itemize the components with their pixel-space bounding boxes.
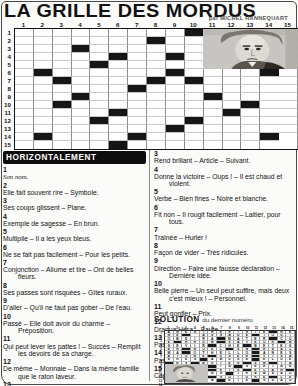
cell-r12c14[interactable]: [260, 117, 279, 125]
cell-r15c15[interactable]: [279, 141, 298, 149]
cell-r10c15[interactable]: [279, 101, 298, 109]
cell-r7c1[interactable]: [15, 77, 34, 85]
cell-r7c12[interactable]: [223, 77, 242, 85]
solution-row-labels: 123456789101112131415: [155, 331, 163, 383]
col-label-7: 7: [127, 21, 146, 28]
cell-r4c2[interactable]: [34, 53, 53, 61]
clue-v-8-number: 8: [154, 242, 166, 249]
solution-grid-wrap: 123456789101112131415 123456789101112131…: [154, 326, 296, 384]
cell-r10c9[interactable]: [166, 101, 185, 109]
cell-r1c5[interactable]: [90, 29, 109, 37]
cell-r12c13[interactable]: [241, 117, 260, 125]
cell-r8c7: [128, 85, 147, 93]
cell-r6c15[interactable]: [279, 69, 298, 77]
cell-r3c7[interactable]: [128, 45, 147, 53]
cell-r3c9[interactable]: [166, 45, 185, 53]
clue-h-12-number: 12: [3, 358, 15, 365]
cell-r10c14[interactable]: [260, 101, 279, 109]
clue-h-9: 9D'aller – Qu'il ne faut pas gober – De …: [3, 297, 147, 311]
clue-v-8: 8Façon de vider – Très ridicules.: [154, 242, 295, 256]
clue-v-6-text: Fit non – Il rougit facilement – Laitier…: [169, 211, 295, 225]
cell-r8c8[interactable]: [147, 85, 166, 93]
cell-r14c8[interactable]: [147, 133, 166, 141]
cell-r6c10[interactable]: [185, 69, 204, 77]
col-label-15: 15: [278, 21, 297, 28]
cell-r11c3[interactable]: [53, 109, 72, 117]
cell-r15c7[interactable]: [128, 141, 147, 149]
row-label-12: 12: [1, 116, 12, 124]
cell-r6c6[interactable]: [109, 69, 128, 77]
clue-v-9-number: 9: [154, 257, 166, 264]
clue-h-6-number: 6: [3, 244, 15, 251]
cell-r11c9[interactable]: [166, 109, 185, 117]
clue-v-3: 3Rend brillant – Article – Suivant.: [154, 150, 295, 164]
cell-r5c6[interactable]: [109, 61, 128, 69]
cell-r2c7[interactable]: [128, 37, 147, 45]
clue-h-1-number: 1: [3, 166, 15, 173]
cell-r13c4[interactable]: [72, 125, 91, 133]
sol-cell-r15c13: E: [269, 379, 278, 382]
sol-row-label-14: 14: [155, 383, 163, 386]
cell-r7c14[interactable]: [260, 77, 279, 85]
cell-r9c2[interactable]: [34, 93, 53, 101]
cell-r4c3[interactable]: [53, 53, 72, 61]
cell-r11c8[interactable]: [147, 109, 166, 117]
cell-r9c9[interactable]: [166, 93, 185, 101]
cell-r12c3[interactable]: [53, 117, 72, 125]
cell-r5c5: [90, 61, 109, 69]
cell-r1c6[interactable]: [109, 29, 128, 37]
cell-r15c1[interactable]: [15, 141, 34, 149]
cell-r3c2[interactable]: [34, 45, 53, 53]
clue-h-8-number: 8: [3, 282, 15, 289]
cell-r14c4[interactable]: [72, 133, 91, 141]
cell-r10c12[interactable]: [223, 101, 242, 109]
col-label-11: 11: [203, 21, 222, 28]
clue-h-2: 2Elle fait souvent rire – Symbole.: [3, 182, 147, 196]
row-label-14: 14: [1, 132, 12, 140]
cell-r14c7: [128, 133, 147, 141]
cell-r1c8[interactable]: [147, 29, 166, 37]
cell-r6c11[interactable]: [204, 69, 223, 77]
cell-r12c12[interactable]: [223, 117, 242, 125]
sol-cell-r15c7: [217, 379, 226, 382]
cell-r8c13[interactable]: [241, 85, 260, 93]
cell-r11c4[interactable]: [72, 109, 91, 117]
cell-r9c4: [72, 93, 91, 101]
cell-r5c10[interactable]: [185, 61, 204, 69]
col-label-14: 14: [259, 21, 278, 28]
clue-h-11-number: 11: [3, 335, 15, 342]
solution-photo: [165, 365, 208, 382]
cell-r13c2[interactable]: [34, 125, 53, 133]
solution-title-rest: du dernier numéro: [202, 316, 253, 323]
cell-r14c1[interactable]: [15, 133, 34, 141]
sol-cell-r15c12: S: [260, 379, 269, 382]
clue-h-8-text: Ses passes sont risquées – Gîtes ruraux.: [18, 289, 147, 296]
cell-r7c15[interactable]: [279, 77, 298, 85]
clue-h-7-number: 7: [3, 259, 15, 266]
clue-h-6-text: Ne se fait pas facilement – Pour les pet…: [18, 251, 147, 258]
cell-r14c14: [260, 133, 279, 141]
cell-r14c2: [34, 133, 53, 141]
cell-r8c5[interactable]: [90, 85, 109, 93]
cell-r12c7[interactable]: [128, 117, 147, 125]
portrait-photo-image: [203, 29, 298, 69]
cell-r15c2[interactable]: [34, 141, 53, 149]
crossword-page: LA GRILLE DES MORDUS par MICHEL HANNEQUA…: [0, 0, 298, 386]
col-label-13: 13: [240, 21, 259, 28]
cell-r10c13: [241, 101, 260, 109]
solution-title-bold: SOLUTION: [154, 315, 200, 324]
cell-r3c5[interactable]: [90, 45, 109, 53]
cell-r8c12[interactable]: [223, 85, 242, 93]
clue-h-11: 11Qui peut lever les pattes ! – Succès –…: [3, 335, 147, 357]
cell-r4c10[interactable]: [185, 53, 204, 61]
clue-h-10-number: 10: [3, 313, 15, 320]
cell-r11c15[interactable]: [279, 109, 298, 117]
clue-h-10-text: Passé – Elle doit avoir du charme – Prép…: [18, 320, 147, 334]
cell-r5c1[interactable]: [15, 61, 34, 69]
cell-r10c7[interactable]: [128, 101, 147, 109]
grid-row-labels: 123456789101112131415: [1, 28, 12, 148]
cell-r14c10[interactable]: [185, 133, 204, 141]
clue-h-6: 6Ne se fait pas facilement – Pour les pe…: [3, 244, 147, 258]
solution-photo-image: [165, 365, 208, 382]
cell-r6c12[interactable]: [223, 69, 242, 77]
cell-r5c4[interactable]: [72, 61, 91, 69]
row-label-10: 10: [1, 100, 12, 108]
sol-cell-r15c6: A: [208, 379, 217, 382]
cell-r14c12[interactable]: [223, 133, 242, 141]
cell-r9c5[interactable]: [90, 93, 109, 101]
cell-r8c11[interactable]: [204, 85, 223, 93]
clue-h-9-text: D'aller – Qu'il ne faut pas gober – De l…: [18, 304, 147, 311]
horizontal-clues-list: 1Son nom.2Elle fait souvent rire – Symbo…: [3, 166, 147, 386]
cell-r14c13[interactable]: [241, 133, 260, 141]
solution-grid: ANESTHESISTERENEASSAGETOUTOBEIRAMATERCUE…: [164, 330, 296, 384]
cell-r11c12: [223, 109, 242, 117]
cell-r12c1[interactable]: [15, 117, 34, 125]
cell-r15c4[interactable]: [72, 141, 91, 149]
sol-cell-r15c14: A: [278, 379, 287, 382]
cell-r14c3[interactable]: [53, 133, 72, 141]
cell-r12c5: [90, 117, 109, 125]
cell-r12c6[interactable]: [109, 117, 128, 125]
clue-v-6-number: 6: [154, 204, 166, 211]
cell-r13c1[interactable]: [15, 125, 34, 133]
cell-r1c7[interactable]: [128, 29, 147, 37]
cell-r13c8[interactable]: [147, 125, 166, 133]
cell-r11c2[interactable]: [34, 109, 53, 117]
col-label-1: 1: [14, 21, 33, 28]
clue-v-7-text: Traînée – Hurler !: [169, 234, 295, 241]
clue-h-11-text: Qui peut lever les pattes ! – Succès – R…: [18, 343, 147, 357]
clue-h-7: 7Conjonction – Allume et tire – Ont de b…: [3, 259, 147, 281]
row-label-1: 1: [1, 28, 12, 36]
cell-r9c15[interactable]: [279, 93, 298, 101]
cell-r6c8[interactable]: [147, 69, 166, 77]
cell-r9c8[interactable]: [147, 93, 166, 101]
cell-r9c3[interactable]: [53, 93, 72, 101]
row-label-2: 2: [1, 36, 12, 44]
portrait-photo: [203, 29, 298, 69]
cell-r13c12[interactable]: [223, 125, 242, 133]
clue-v-11-number: 11: [154, 303, 166, 310]
cell-r3c10[interactable]: [185, 45, 204, 53]
cell-r8c2[interactable]: [34, 85, 53, 93]
cell-r1c10: [185, 29, 204, 37]
cell-r1c3[interactable]: [53, 29, 72, 37]
row-label-13: 13: [1, 124, 12, 132]
clue-h-13-number: 13: [3, 381, 15, 386]
cell-r5c9[interactable]: [166, 61, 185, 69]
clue-h-10: 10Passé – Elle doit avoir du charme – Pr…: [3, 313, 147, 335]
cell-r15c9[interactable]: [166, 141, 185, 149]
cell-r13c13[interactable]: [241, 125, 260, 133]
cell-r13c6[interactable]: [109, 125, 128, 133]
cell-r7c9[interactable]: [166, 77, 185, 85]
cell-r8c14[interactable]: [260, 85, 279, 93]
cell-r1c1[interactable]: [15, 29, 34, 37]
clue-h-4-number: 4: [3, 213, 15, 220]
clue-v-10-text: Belle pierre – Un seul peut suffire, mai…: [169, 287, 295, 301]
row-label-9: 9: [1, 92, 12, 100]
sol-cell-r15c9: T: [234, 379, 243, 382]
cell-r10c10[interactable]: [185, 101, 204, 109]
cell-r10c3: [53, 101, 72, 109]
col-label-10: 10: [184, 21, 203, 28]
row-label-7: 7: [1, 76, 12, 84]
clue-h-2-text: Elle fait souvent rire – Symbole.: [18, 189, 147, 196]
cell-r15c11[interactable]: [204, 141, 223, 149]
cell-r9c1[interactable]: [15, 93, 34, 101]
cell-r11c11[interactable]: [204, 109, 223, 117]
clue-v-3-number: 3: [154, 150, 166, 157]
cell-r3c3[interactable]: [53, 45, 72, 53]
clue-h-8: 8Ses passes sont risquées – Gîtes ruraux…: [3, 282, 147, 296]
cell-r8c6[interactable]: [109, 85, 128, 93]
cell-r12c15[interactable]: [279, 117, 298, 125]
cell-r10c1[interactable]: [15, 101, 34, 109]
cell-r4c1[interactable]: [15, 53, 34, 61]
cell-r7c8: [147, 77, 166, 85]
cell-r11c7[interactable]: [128, 109, 147, 117]
cell-r5c7[interactable]: [128, 61, 147, 69]
cell-r4c9: [166, 53, 185, 61]
sol-cell-r15c15: U: [286, 379, 295, 382]
cell-r8c4[interactable]: [72, 85, 91, 93]
clue-h-3: 3Ses coups glissent – Plane.: [3, 197, 147, 211]
cell-r1c9[interactable]: [166, 29, 185, 37]
cell-r9c14[interactable]: [260, 93, 279, 101]
cell-r13c15[interactable]: [279, 125, 298, 133]
clue-v-6: 6Fit non – Il rougit facilement – Laitie…: [154, 204, 295, 226]
cell-r15c12[interactable]: [223, 141, 242, 149]
clue-h-2-number: 2: [3, 182, 15, 189]
cell-r10c6[interactable]: [109, 101, 128, 109]
cell-r2c4[interactable]: [72, 37, 91, 45]
row-label-3: 3: [1, 44, 12, 52]
cell-r9c6[interactable]: [109, 93, 128, 101]
col-label-4: 4: [71, 21, 90, 28]
cell-r9c11: [204, 93, 223, 101]
cell-r13c10[interactable]: [185, 125, 204, 133]
cell-r13c3[interactable]: [53, 125, 72, 133]
cell-r6c9: [166, 69, 185, 77]
cell-r6c4[interactable]: [72, 69, 91, 77]
cell-r15c10[interactable]: [185, 141, 204, 149]
cell-r7c5[interactable]: [90, 77, 109, 85]
cell-r13c7[interactable]: [128, 125, 147, 133]
clue-v-10-number: 10: [154, 280, 166, 287]
clue-h-3-number: 3: [3, 197, 15, 204]
cell-r8c3[interactable]: [53, 85, 72, 93]
clue-v-10: 10Belle pierre – Un seul peut suffire, m…: [154, 280, 295, 302]
clue-h-13: 13Écœurant – S'avale d'un coup.: [3, 381, 147, 386]
cell-r9c12[interactable]: [223, 93, 242, 101]
clue-v-8-text: Façon de vider – Très ridicules.: [169, 249, 295, 256]
cell-r12c9[interactable]: [166, 117, 185, 125]
cell-r2c5[interactable]: [90, 37, 109, 45]
cell-r4c6: [109, 53, 128, 61]
cell-r12c2[interactable]: [34, 117, 53, 125]
cell-r9c13[interactable]: [241, 93, 260, 101]
sol-cell-r15c11: [252, 379, 261, 382]
cell-r12c8[interactable]: [147, 117, 166, 125]
cell-r10c5[interactable]: [90, 101, 109, 109]
cell-r3c4: [72, 45, 91, 53]
cell-r7c4[interactable]: [72, 77, 91, 85]
cell-r10c8[interactable]: [147, 101, 166, 109]
cell-r13c14[interactable]: [260, 125, 279, 133]
clue-v-7-number: 7: [154, 226, 166, 233]
cell-r7c2[interactable]: [34, 77, 53, 85]
cell-r3c6[interactable]: [109, 45, 128, 53]
row-label-15: 15: [1, 140, 12, 148]
clue-h-9-number: 9: [3, 297, 15, 304]
cell-r11c1[interactable]: [15, 109, 34, 117]
cell-r11c6: [109, 109, 128, 117]
cell-r2c1[interactable]: [15, 37, 34, 45]
cell-r8c1[interactable]: [15, 85, 34, 93]
cell-r15c8[interactable]: [147, 141, 166, 149]
clue-h-12: 12De même – Monnaie – Dans la même famil…: [3, 358, 147, 380]
cell-r14c6[interactable]: [109, 133, 128, 141]
cell-r14c15[interactable]: [279, 133, 298, 141]
cell-r14c9[interactable]: [166, 133, 185, 141]
clue-h-1-text: Son nom.: [18, 173, 147, 180]
clue-v-4: 4Donne la victoire – Oups ! – Il est cha…: [154, 166, 295, 188]
cell-r4c4[interactable]: [72, 53, 91, 61]
cell-r13c5[interactable]: [90, 125, 109, 133]
clue-v-5: 5Verbe – Bien fines – Noire et blanche.: [154, 188, 295, 202]
cell-r2c10[interactable]: [185, 37, 204, 45]
clue-v-5-number: 5: [154, 188, 166, 195]
clue-h-1: 1Son nom.: [3, 166, 147, 180]
column-divider: [149, 150, 150, 381]
sol-cell-r15c8: E: [226, 379, 235, 382]
cell-r10c11[interactable]: [204, 101, 223, 109]
cell-r7c13[interactable]: [241, 77, 260, 85]
cell-r9c10[interactable]: [185, 93, 204, 101]
cell-r2c3[interactable]: [53, 37, 72, 45]
cell-r10c4[interactable]: [72, 101, 91, 109]
clue-h-5-number: 5: [3, 228, 15, 235]
cell-r7c6[interactable]: [109, 77, 128, 85]
cell-r15c13[interactable]: [241, 141, 260, 149]
cell-r4c7[interactable]: [128, 53, 147, 61]
cell-r11c10[interactable]: [185, 109, 204, 117]
cell-r1c2[interactable]: [34, 29, 53, 37]
cell-r11c14[interactable]: [260, 109, 279, 117]
cell-r12c4[interactable]: [72, 117, 91, 125]
cell-r7c7[interactable]: [128, 77, 147, 85]
cell-r6c13[interactable]: [241, 69, 260, 77]
cell-r6c3[interactable]: [53, 69, 72, 77]
cell-r8c9[interactable]: [166, 85, 185, 93]
clue-v-7: 7Traînée – Hurler !: [154, 226, 295, 240]
cell-r5c8[interactable]: [147, 61, 166, 69]
cell-r3c8[interactable]: [147, 45, 166, 53]
cell-r5c3[interactable]: [53, 61, 72, 69]
cell-r5c2[interactable]: [34, 61, 53, 69]
cell-r13c9: [166, 125, 185, 133]
cell-r11c13[interactable]: [241, 109, 260, 117]
cell-r6c5[interactable]: [90, 69, 109, 77]
row-label-11: 11: [1, 108, 12, 116]
cell-r2c6[interactable]: [109, 37, 128, 45]
grid-column-labels: 123456789101112131415: [14, 21, 297, 28]
solution-title: SOLUTION du dernier numéro: [154, 315, 296, 324]
cell-r14c5[interactable]: [90, 133, 109, 141]
sol-cell-r15c10: E: [243, 379, 252, 382]
cell-r15c14[interactable]: [260, 141, 279, 149]
cell-r7c11[interactable]: [204, 77, 223, 85]
cell-r2c9[interactable]: [166, 37, 185, 45]
clue-v-4-number: 4: [154, 166, 166, 173]
cell-r2c8: [147, 37, 166, 45]
clue-h-4-text: Exemple de sagesse – En brun.: [18, 220, 147, 227]
cell-r13c11[interactable]: [204, 125, 223, 133]
cell-r6c1[interactable]: [15, 69, 34, 77]
clue-v-3-text: Rend brillant – Article – Suivant.: [169, 157, 295, 164]
clue-h-7-text: Conjonction – Allume et tire – Ont de be…: [18, 266, 147, 280]
row-label-8: 8: [1, 84, 12, 92]
cell-r14c11[interactable]: [204, 133, 223, 141]
cell-r11c5[interactable]: [90, 109, 109, 117]
col-label-2: 2: [33, 21, 52, 28]
col-label-5: 5: [89, 21, 108, 28]
cell-r12c11[interactable]: [204, 117, 223, 125]
cell-r9c7[interactable]: [128, 93, 147, 101]
cell-r4c5[interactable]: [90, 53, 109, 61]
crossword-grid: [14, 28, 298, 150]
cell-r1c4[interactable]: [72, 29, 91, 37]
cell-r3c1[interactable]: [15, 45, 34, 53]
cell-r2c2[interactable]: [34, 37, 53, 45]
row-label-5: 5: [1, 60, 12, 68]
clue-v-5-text: Verbe – Bien fines – Noire et blanche.: [169, 195, 295, 202]
cell-r8c15[interactable]: [279, 85, 298, 93]
cell-r8c10[interactable]: [185, 85, 204, 93]
cell-r10c2[interactable]: [34, 101, 53, 109]
cell-r15c5[interactable]: [90, 141, 109, 149]
cell-r15c3[interactable]: [53, 141, 72, 149]
cell-r6c7[interactable]: [128, 69, 147, 77]
cell-r6c2: [34, 69, 53, 77]
cell-r4c8[interactable]: [147, 53, 166, 61]
